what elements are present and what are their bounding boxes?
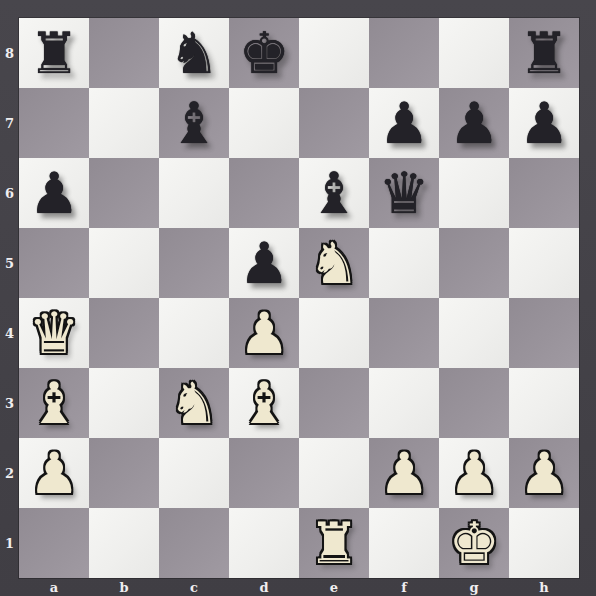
- square-g6[interactable]: [439, 158, 509, 228]
- square-c6[interactable]: [159, 158, 229, 228]
- square-c4[interactable]: [159, 298, 229, 368]
- square-h8[interactable]: ♜: [509, 18, 579, 88]
- square-d6[interactable]: [229, 158, 299, 228]
- rank-label-2: 2: [0, 438, 19, 508]
- rank-label-8: 8: [0, 18, 19, 88]
- square-d3[interactable]: ♝: [229, 368, 299, 438]
- piece-white-knight[interactable]: ♞: [168, 375, 219, 432]
- piece-black-pawn[interactable]: ♟: [28, 165, 79, 222]
- file-label-c: c: [159, 578, 229, 596]
- square-a7[interactable]: [19, 88, 89, 158]
- square-c8[interactable]: ♞: [159, 18, 229, 88]
- square-f7[interactable]: ♟: [369, 88, 439, 158]
- square-h6[interactable]: [509, 158, 579, 228]
- square-c3[interactable]: ♞: [159, 368, 229, 438]
- square-a4[interactable]: ♛: [19, 298, 89, 368]
- square-d1[interactable]: [229, 508, 299, 578]
- square-e4[interactable]: [299, 298, 369, 368]
- piece-black-bishop[interactable]: ♝: [308, 165, 359, 222]
- square-d7[interactable]: [229, 88, 299, 158]
- file-coordinates: abcdefgh: [19, 578, 579, 596]
- square-f8[interactable]: [369, 18, 439, 88]
- square-g8[interactable]: [439, 18, 509, 88]
- piece-white-knight[interactable]: ♞: [308, 235, 359, 292]
- square-e5[interactable]: ♞: [299, 228, 369, 298]
- square-a6[interactable]: ♟: [19, 158, 89, 228]
- square-c2[interactable]: [159, 438, 229, 508]
- square-h2[interactable]: ♟: [509, 438, 579, 508]
- square-a2[interactable]: ♟: [19, 438, 89, 508]
- piece-black-pawn[interactable]: ♟: [448, 95, 499, 152]
- square-e7[interactable]: [299, 88, 369, 158]
- square-a5[interactable]: [19, 228, 89, 298]
- square-b5[interactable]: [89, 228, 159, 298]
- square-b1[interactable]: [89, 508, 159, 578]
- square-h3[interactable]: [509, 368, 579, 438]
- piece-black-pawn[interactable]: ♟: [518, 95, 569, 152]
- piece-white-pawn[interactable]: ♟: [28, 445, 79, 502]
- piece-white-rook[interactable]: ♜: [308, 515, 359, 572]
- rank-label-6: 6: [0, 158, 19, 228]
- rank-label-3: 3: [0, 368, 19, 438]
- piece-black-queen[interactable]: ♛: [378, 165, 429, 222]
- square-b3[interactable]: [89, 368, 159, 438]
- square-d2[interactable]: [229, 438, 299, 508]
- piece-black-pawn[interactable]: ♟: [238, 235, 289, 292]
- square-b2[interactable]: [89, 438, 159, 508]
- chess-board-frame: 87654321 ♜♞♚♜♝♟♟♟♟♝♛♟♞♛♟♝♞♝♟♟♟♟♜♚ abcdef…: [0, 0, 596, 596]
- square-e2[interactable]: [299, 438, 369, 508]
- piece-white-bishop[interactable]: ♝: [238, 375, 289, 432]
- square-e3[interactable]: [299, 368, 369, 438]
- square-f1[interactable]: [369, 508, 439, 578]
- square-b8[interactable]: [89, 18, 159, 88]
- square-c1[interactable]: [159, 508, 229, 578]
- square-h7[interactable]: ♟: [509, 88, 579, 158]
- square-a1[interactable]: [19, 508, 89, 578]
- square-h1[interactable]: [509, 508, 579, 578]
- piece-white-king[interactable]: ♚: [448, 515, 499, 572]
- square-e1[interactable]: ♜: [299, 508, 369, 578]
- square-g2[interactable]: ♟: [439, 438, 509, 508]
- square-a8[interactable]: ♜: [19, 18, 89, 88]
- square-d5[interactable]: ♟: [229, 228, 299, 298]
- square-f6[interactable]: ♛: [369, 158, 439, 228]
- square-e6[interactable]: ♝: [299, 158, 369, 228]
- square-g3[interactable]: [439, 368, 509, 438]
- file-label-h: h: [509, 578, 579, 596]
- square-g4[interactable]: [439, 298, 509, 368]
- square-b4[interactable]: [89, 298, 159, 368]
- square-f3[interactable]: [369, 368, 439, 438]
- piece-black-rook[interactable]: ♜: [28, 25, 79, 82]
- square-c5[interactable]: [159, 228, 229, 298]
- piece-black-bishop[interactable]: ♝: [168, 95, 219, 152]
- rank-coordinates: 87654321: [0, 18, 19, 578]
- file-label-a: a: [19, 578, 89, 596]
- square-g1[interactable]: ♚: [439, 508, 509, 578]
- piece-black-king[interactable]: ♚: [238, 25, 289, 82]
- piece-white-queen[interactable]: ♛: [28, 305, 79, 362]
- file-label-b: b: [89, 578, 159, 596]
- square-e8[interactable]: [299, 18, 369, 88]
- square-b7[interactable]: [89, 88, 159, 158]
- square-g5[interactable]: [439, 228, 509, 298]
- piece-white-bishop[interactable]: ♝: [28, 375, 79, 432]
- square-f5[interactable]: [369, 228, 439, 298]
- square-b6[interactable]: [89, 158, 159, 228]
- rank-label-1: 1: [0, 508, 19, 578]
- file-label-e: e: [299, 578, 369, 596]
- piece-black-knight[interactable]: ♞: [168, 25, 219, 82]
- file-label-g: g: [439, 578, 509, 596]
- square-a3[interactable]: ♝: [19, 368, 89, 438]
- square-h5[interactable]: [509, 228, 579, 298]
- square-f4[interactable]: [369, 298, 439, 368]
- square-c7[interactable]: ♝: [159, 88, 229, 158]
- square-d4[interactable]: ♟: [229, 298, 299, 368]
- piece-white-pawn[interactable]: ♟: [448, 445, 499, 502]
- square-d8[interactable]: ♚: [229, 18, 299, 88]
- file-label-f: f: [369, 578, 439, 596]
- rank-label-7: 7: [0, 88, 19, 158]
- piece-white-pawn[interactable]: ♟: [378, 445, 429, 502]
- piece-white-pawn[interactable]: ♟: [238, 305, 289, 362]
- piece-black-pawn[interactable]: ♟: [378, 95, 429, 152]
- piece-white-pawn[interactable]: ♟: [518, 445, 569, 502]
- square-h4[interactable]: [509, 298, 579, 368]
- rank-label-5: 5: [0, 228, 19, 298]
- rank-label-4: 4: [0, 298, 19, 368]
- file-label-d: d: [229, 578, 299, 596]
- piece-black-rook[interactable]: ♜: [518, 25, 569, 82]
- square-g7[interactable]: ♟: [439, 88, 509, 158]
- square-f2[interactable]: ♟: [369, 438, 439, 508]
- chess-board[interactable]: ♜♞♚♜♝♟♟♟♟♝♛♟♞♛♟♝♞♝♟♟♟♟♜♚: [19, 18, 579, 578]
